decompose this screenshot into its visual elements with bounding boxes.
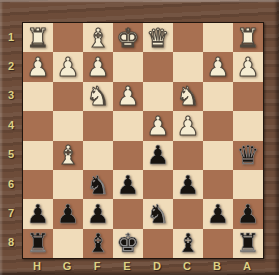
- square-c4[interactable]: ♟: [173, 111, 203, 140]
- square-b7[interactable]: ♟: [203, 199, 233, 228]
- square-c3[interactable]: ♞: [173, 82, 203, 111]
- square-b8[interactable]: [203, 229, 233, 258]
- rank-label-7: 7: [0, 198, 22, 227]
- piece-wQ-d1[interactable]: ♛: [146, 25, 169, 51]
- piece-wP-h2[interactable]: ♟: [26, 54, 49, 80]
- square-a3[interactable]: [233, 82, 263, 111]
- square-h3[interactable]: [23, 82, 53, 111]
- square-e7[interactable]: [113, 199, 143, 228]
- square-c5[interactable]: [173, 141, 203, 170]
- square-a1[interactable]: ♜: [233, 23, 263, 52]
- square-c1[interactable]: [173, 23, 203, 52]
- piece-bK-e8[interactable]: ♚: [116, 230, 139, 256]
- square-d7[interactable]: ♞: [143, 199, 173, 228]
- file-label-h: H: [22, 257, 52, 275]
- square-a2[interactable]: ♟: [233, 52, 263, 81]
- rank-label-3: 3: [0, 81, 22, 110]
- square-b1[interactable]: [203, 23, 233, 52]
- piece-bP-c6[interactable]: ♟: [176, 172, 199, 198]
- rank-labels: 12345678: [0, 22, 22, 257]
- square-d6[interactable]: [143, 170, 173, 199]
- piece-wN-c3[interactable]: ♞: [176, 83, 199, 109]
- piece-wP-f2[interactable]: ♟: [86, 54, 109, 80]
- piece-bB-f8[interactable]: ♝: [86, 230, 109, 256]
- square-g6[interactable]: [53, 170, 83, 199]
- piece-wB-g5[interactable]: ♝: [56, 142, 79, 168]
- piece-bP-b7[interactable]: ♟: [206, 201, 229, 227]
- file-label-f: F: [82, 257, 112, 275]
- square-f7[interactable]: ♟: [83, 199, 113, 228]
- file-labels: HGFEDCBA: [22, 257, 262, 275]
- square-f5[interactable]: [83, 141, 113, 170]
- square-c7[interactable]: [173, 199, 203, 228]
- square-b5[interactable]: [203, 141, 233, 170]
- square-d3[interactable]: [143, 82, 173, 111]
- piece-wR-a1[interactable]: ♜: [236, 25, 259, 51]
- piece-bQ-a5[interactable]: ♛: [236, 142, 259, 168]
- rank-label-1: 1: [0, 22, 22, 51]
- piece-bP-a7[interactable]: ♟: [236, 201, 259, 227]
- square-e8[interactable]: ♚: [113, 229, 143, 258]
- square-d1[interactable]: ♛: [143, 23, 173, 52]
- square-h1[interactable]: ♜: [23, 23, 53, 52]
- square-f4[interactable]: [83, 111, 113, 140]
- square-b3[interactable]: [203, 82, 233, 111]
- square-f3[interactable]: ♞: [83, 82, 113, 111]
- square-g3[interactable]: [53, 82, 83, 111]
- square-b4[interactable]: [203, 111, 233, 140]
- square-h2[interactable]: ♟: [23, 52, 53, 81]
- square-g7[interactable]: ♟: [53, 199, 83, 228]
- square-a5[interactable]: ♛: [233, 141, 263, 170]
- square-d4[interactable]: ♟: [143, 111, 173, 140]
- square-g2[interactable]: ♟: [53, 52, 83, 81]
- square-h4[interactable]: [23, 111, 53, 140]
- square-e3[interactable]: ♟: [113, 82, 143, 111]
- piece-wB-f1[interactable]: ♝: [86, 25, 109, 51]
- piece-bP-h7[interactable]: ♟: [26, 201, 49, 227]
- rank-label-4: 4: [0, 110, 22, 139]
- square-g1[interactable]: [53, 23, 83, 52]
- piece-bP-g7[interactable]: ♟: [56, 201, 79, 227]
- square-e2[interactable]: [113, 52, 143, 81]
- square-d5[interactable]: ♟: [143, 141, 173, 170]
- square-f1[interactable]: ♝: [83, 23, 113, 52]
- square-f6[interactable]: ♞: [83, 170, 113, 199]
- piece-bP-e6[interactable]: ♟: [116, 172, 139, 198]
- square-c2[interactable]: [173, 52, 203, 81]
- file-label-a: A: [232, 257, 262, 275]
- piece-wP-g2[interactable]: ♟: [56, 54, 79, 80]
- file-label-e: E: [112, 257, 142, 275]
- square-b2[interactable]: ♟: [203, 52, 233, 81]
- square-h6[interactable]: [23, 170, 53, 199]
- piece-bP-d5[interactable]: ♟: [146, 142, 169, 168]
- piece-bN-f6[interactable]: ♞: [86, 172, 109, 198]
- square-e1[interactable]: ♚: [113, 23, 143, 52]
- square-b6[interactable]: [203, 170, 233, 199]
- chess-board: ♜♝♚♛♜♟♟♟♟♟♞♟♞♟♟♝♟♛♞♟♟♟♟♟♞♟♟♜♝♚♝♜: [22, 22, 264, 259]
- file-label-c: C: [172, 257, 202, 275]
- file-label-g: G: [52, 257, 82, 275]
- square-d2[interactable]: [143, 52, 173, 81]
- piece-wK-e1[interactable]: ♚: [116, 25, 139, 51]
- rank-label-5: 5: [0, 140, 22, 169]
- square-e5[interactable]: [113, 141, 143, 170]
- square-g8[interactable]: [53, 229, 83, 258]
- rank-label-2: 2: [0, 51, 22, 80]
- file-label-b: B: [202, 257, 232, 275]
- piece-wN-f3[interactable]: ♞: [86, 83, 109, 109]
- square-h5[interactable]: [23, 141, 53, 170]
- piece-wP-b2[interactable]: ♟: [206, 54, 229, 80]
- piece-wP-d4[interactable]: ♟: [146, 113, 169, 139]
- square-g5[interactable]: ♝: [53, 141, 83, 170]
- square-e4[interactable]: [113, 111, 143, 140]
- square-c8[interactable]: ♝: [173, 229, 203, 258]
- piece-wP-e3[interactable]: ♟: [116, 83, 139, 109]
- piece-wR-h1[interactable]: ♜: [26, 25, 49, 51]
- rank-label-8: 8: [0, 228, 22, 257]
- rank-label-6: 6: [0, 169, 22, 198]
- piece-wP-c4[interactable]: ♟: [176, 113, 199, 139]
- piece-bR-a8[interactable]: ♜: [236, 230, 259, 256]
- square-f2[interactable]: ♟: [83, 52, 113, 81]
- square-g4[interactable]: [53, 111, 83, 140]
- square-a4[interactable]: [233, 111, 263, 140]
- piece-bR-h8[interactable]: ♜: [26, 230, 49, 256]
- piece-bB-c8[interactable]: ♝: [176, 230, 199, 256]
- square-h8[interactable]: ♜: [23, 229, 53, 258]
- piece-bP-f7[interactable]: ♟: [86, 201, 109, 227]
- square-d8[interactable]: [143, 229, 173, 258]
- file-label-d: D: [142, 257, 172, 275]
- square-c6[interactable]: ♟: [173, 170, 203, 199]
- square-a6[interactable]: [233, 170, 263, 199]
- square-h7[interactable]: ♟: [23, 199, 53, 228]
- square-a7[interactable]: ♟: [233, 199, 263, 228]
- piece-bN-d7[interactable]: ♞: [146, 201, 169, 227]
- square-f8[interactable]: ♝: [83, 229, 113, 258]
- chess-board-frame: 12345678 HGFEDCBA ♜♝♚♛♜♟♟♟♟♟♞♟♞♟♟♝♟♛♞♟♟♟…: [0, 0, 279, 275]
- piece-wP-a2[interactable]: ♟: [236, 54, 259, 80]
- square-e6[interactable]: ♟: [113, 170, 143, 199]
- square-a8[interactable]: ♜: [233, 229, 263, 258]
